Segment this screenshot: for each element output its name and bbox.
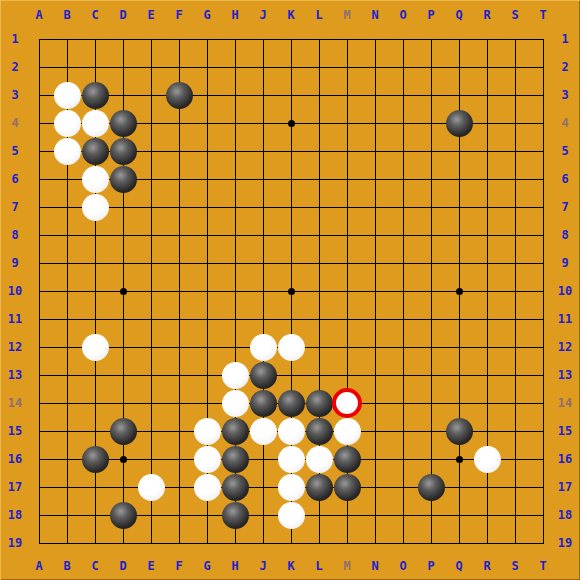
intersection[interactable]	[305, 81, 333, 109]
intersection[interactable]	[417, 221, 445, 249]
intersection[interactable]	[165, 417, 193, 445]
intersection[interactable]	[501, 333, 529, 361]
intersection[interactable]	[305, 193, 333, 221]
intersection[interactable]	[501, 25, 529, 53]
intersection[interactable]	[137, 109, 165, 137]
intersection[interactable]	[361, 109, 389, 137]
intersection[interactable]	[361, 473, 389, 501]
intersection[interactable]	[221, 277, 249, 305]
intersection[interactable]	[109, 249, 137, 277]
intersection[interactable]	[137, 193, 165, 221]
intersection[interactable]	[137, 389, 165, 417]
intersection[interactable]	[417, 473, 445, 501]
intersection[interactable]	[417, 305, 445, 333]
intersection[interactable]	[109, 529, 137, 557]
intersection[interactable]	[473, 389, 501, 417]
intersection[interactable]	[25, 53, 53, 81]
intersection[interactable]	[445, 165, 473, 193]
intersection[interactable]	[529, 277, 557, 305]
intersection[interactable]	[109, 473, 137, 501]
intersection[interactable]	[501, 361, 529, 389]
intersection[interactable]	[221, 361, 249, 389]
intersection[interactable]	[193, 137, 221, 165]
intersection[interactable]	[389, 249, 417, 277]
intersection[interactable]	[137, 361, 165, 389]
intersection[interactable]	[277, 529, 305, 557]
intersection[interactable]	[221, 109, 249, 137]
intersection[interactable]	[529, 81, 557, 109]
intersection[interactable]	[137, 137, 165, 165]
intersection[interactable]	[529, 193, 557, 221]
intersection[interactable]	[249, 165, 277, 193]
intersection[interactable]	[529, 165, 557, 193]
intersection[interactable]	[249, 53, 277, 81]
intersection[interactable]	[277, 361, 305, 389]
intersection[interactable]	[305, 109, 333, 137]
intersection[interactable]	[53, 25, 81, 53]
intersection[interactable]	[389, 361, 417, 389]
intersection[interactable]	[25, 81, 53, 109]
intersection[interactable]	[389, 501, 417, 529]
intersection[interactable]	[25, 277, 53, 305]
intersection[interactable]	[53, 53, 81, 81]
intersection[interactable]	[277, 417, 305, 445]
intersection[interactable]	[389, 109, 417, 137]
intersection[interactable]	[221, 53, 249, 81]
intersection[interactable]	[361, 81, 389, 109]
intersection[interactable]	[25, 445, 53, 473]
intersection[interactable]	[53, 529, 81, 557]
intersection[interactable]	[445, 529, 473, 557]
intersection[interactable]	[529, 389, 557, 417]
intersection[interactable]	[109, 305, 137, 333]
intersection[interactable]	[25, 221, 53, 249]
intersection[interactable]	[305, 473, 333, 501]
intersection[interactable]	[221, 249, 249, 277]
intersection[interactable]	[137, 53, 165, 81]
intersection[interactable]	[109, 81, 137, 109]
intersection[interactable]	[445, 25, 473, 53]
intersection[interactable]	[165, 529, 193, 557]
intersection[interactable]	[25, 501, 53, 529]
intersection[interactable]	[193, 25, 221, 53]
intersection[interactable]	[417, 445, 445, 473]
intersection[interactable]	[165, 305, 193, 333]
intersection[interactable]	[361, 137, 389, 165]
intersection[interactable]	[53, 81, 81, 109]
intersection[interactable]	[529, 417, 557, 445]
intersection[interactable]	[473, 417, 501, 445]
intersection[interactable]	[277, 305, 305, 333]
intersection[interactable]	[277, 137, 305, 165]
intersection[interactable]	[501, 417, 529, 445]
intersection[interactable]	[165, 165, 193, 193]
intersection[interactable]	[25, 333, 53, 361]
intersection[interactable]	[277, 445, 305, 473]
intersection[interactable]	[193, 473, 221, 501]
intersection[interactable]	[81, 473, 109, 501]
intersection[interactable]	[249, 501, 277, 529]
intersection[interactable]	[305, 529, 333, 557]
intersection[interactable]	[249, 25, 277, 53]
intersection[interactable]	[81, 445, 109, 473]
intersection[interactable]	[529, 137, 557, 165]
intersection[interactable]	[137, 221, 165, 249]
intersection[interactable]	[193, 529, 221, 557]
intersection[interactable]	[389, 193, 417, 221]
intersection[interactable]	[389, 137, 417, 165]
intersection[interactable]	[389, 53, 417, 81]
intersection[interactable]	[193, 249, 221, 277]
intersection[interactable]	[137, 81, 165, 109]
intersection[interactable]	[193, 501, 221, 529]
intersection[interactable]	[473, 529, 501, 557]
intersection[interactable]	[361, 165, 389, 193]
intersection[interactable]	[137, 249, 165, 277]
intersection[interactable]	[25, 389, 53, 417]
intersection[interactable]	[81, 109, 109, 137]
intersection[interactable]	[361, 361, 389, 389]
intersection[interactable]	[473, 473, 501, 501]
intersection[interactable]	[333, 53, 361, 81]
intersection[interactable]	[417, 333, 445, 361]
intersection[interactable]	[333, 193, 361, 221]
intersection[interactable]	[25, 109, 53, 137]
intersection[interactable]	[333, 333, 361, 361]
intersection[interactable]	[473, 165, 501, 193]
intersection[interactable]	[81, 137, 109, 165]
intersection[interactable]	[109, 501, 137, 529]
intersection[interactable]	[473, 249, 501, 277]
intersection[interactable]	[529, 333, 557, 361]
intersection[interactable]	[333, 305, 361, 333]
intersection[interactable]	[445, 81, 473, 109]
intersection[interactable]	[53, 109, 81, 137]
intersection[interactable]	[193, 445, 221, 473]
intersection[interactable]	[305, 389, 333, 417]
intersection[interactable]	[53, 193, 81, 221]
intersection[interactable]	[109, 361, 137, 389]
intersection[interactable]	[221, 305, 249, 333]
intersection[interactable]	[109, 165, 137, 193]
intersection[interactable]	[305, 277, 333, 305]
intersection[interactable]	[53, 165, 81, 193]
intersection[interactable]	[333, 277, 361, 305]
intersection[interactable]	[277, 389, 305, 417]
intersection[interactable]	[445, 249, 473, 277]
intersection[interactable]	[193, 193, 221, 221]
intersection[interactable]	[473, 137, 501, 165]
intersection[interactable]	[165, 81, 193, 109]
intersection[interactable]	[361, 277, 389, 305]
intersection[interactable]	[249, 333, 277, 361]
intersection[interactable]	[165, 109, 193, 137]
intersection[interactable]	[109, 333, 137, 361]
intersection[interactable]	[193, 389, 221, 417]
intersection[interactable]	[165, 221, 193, 249]
intersection[interactable]	[417, 137, 445, 165]
intersection[interactable]	[53, 277, 81, 305]
intersection[interactable]	[53, 501, 81, 529]
intersection[interactable]	[277, 81, 305, 109]
intersection[interactable]	[221, 221, 249, 249]
intersection[interactable]	[81, 417, 109, 445]
intersection[interactable]	[501, 221, 529, 249]
intersection[interactable]	[193, 333, 221, 361]
intersection[interactable]	[109, 445, 137, 473]
intersection[interactable]	[277, 249, 305, 277]
intersection[interactable]	[277, 53, 305, 81]
intersection[interactable]	[501, 249, 529, 277]
intersection[interactable]	[361, 389, 389, 417]
intersection[interactable]	[165, 473, 193, 501]
intersection[interactable]	[361, 529, 389, 557]
intersection[interactable]	[361, 249, 389, 277]
intersection[interactable]	[81, 249, 109, 277]
intersection[interactable]	[277, 277, 305, 305]
intersection[interactable]	[445, 389, 473, 417]
intersection[interactable]	[333, 249, 361, 277]
intersection[interactable]	[221, 25, 249, 53]
intersection[interactable]	[445, 305, 473, 333]
intersection[interactable]	[277, 165, 305, 193]
intersection[interactable]	[473, 53, 501, 81]
intersection[interactable]	[529, 473, 557, 501]
intersection[interactable]	[221, 529, 249, 557]
intersection[interactable]	[389, 389, 417, 417]
intersection[interactable]	[445, 417, 473, 445]
intersection[interactable]	[109, 277, 137, 305]
intersection[interactable]	[137, 445, 165, 473]
intersection[interactable]	[165, 445, 193, 473]
intersection[interactable]	[165, 249, 193, 277]
intersection[interactable]	[81, 53, 109, 81]
intersection[interactable]	[249, 529, 277, 557]
intersection[interactable]	[305, 361, 333, 389]
intersection[interactable]	[501, 193, 529, 221]
intersection[interactable]	[81, 81, 109, 109]
intersection[interactable]	[81, 305, 109, 333]
intersection[interactable]	[473, 81, 501, 109]
intersection[interactable]	[501, 53, 529, 81]
intersection[interactable]	[249, 81, 277, 109]
intersection[interactable]	[193, 165, 221, 193]
intersection[interactable]	[249, 305, 277, 333]
intersection[interactable]	[333, 81, 361, 109]
intersection[interactable]	[417, 81, 445, 109]
intersection[interactable]	[473, 193, 501, 221]
intersection[interactable]	[305, 165, 333, 193]
intersection[interactable]	[137, 277, 165, 305]
intersection[interactable]	[165, 389, 193, 417]
intersection[interactable]	[445, 193, 473, 221]
intersection[interactable]	[137, 417, 165, 445]
intersection[interactable]	[137, 333, 165, 361]
intersection[interactable]	[165, 25, 193, 53]
intersection[interactable]	[165, 53, 193, 81]
intersection[interactable]	[529, 25, 557, 53]
intersection[interactable]	[249, 417, 277, 445]
intersection[interactable]	[333, 361, 361, 389]
intersection[interactable]	[25, 193, 53, 221]
intersection[interactable]	[473, 361, 501, 389]
intersection[interactable]	[81, 529, 109, 557]
intersection[interactable]	[165, 501, 193, 529]
intersection[interactable]	[305, 305, 333, 333]
intersection[interactable]	[137, 501, 165, 529]
intersection[interactable]	[473, 221, 501, 249]
intersection[interactable]	[417, 193, 445, 221]
intersection[interactable]	[417, 249, 445, 277]
intersection[interactable]	[417, 501, 445, 529]
intersection[interactable]	[389, 445, 417, 473]
intersection[interactable]	[81, 221, 109, 249]
intersection[interactable]	[389, 473, 417, 501]
intersection[interactable]	[501, 165, 529, 193]
intersection[interactable]	[221, 137, 249, 165]
intersection[interactable]	[361, 221, 389, 249]
intersection[interactable]	[25, 249, 53, 277]
intersection[interactable]	[165, 361, 193, 389]
intersection[interactable]	[249, 193, 277, 221]
intersection[interactable]	[221, 81, 249, 109]
intersection[interactable]	[361, 193, 389, 221]
intersection[interactable]	[445, 333, 473, 361]
intersection[interactable]	[501, 277, 529, 305]
intersection[interactable]	[529, 249, 557, 277]
intersection[interactable]	[53, 361, 81, 389]
intersection[interactable]	[221, 473, 249, 501]
intersection[interactable]	[389, 277, 417, 305]
intersection[interactable]	[501, 501, 529, 529]
intersection[interactable]	[193, 277, 221, 305]
intersection[interactable]	[193, 81, 221, 109]
intersection[interactable]	[193, 305, 221, 333]
intersection[interactable]	[389, 221, 417, 249]
intersection[interactable]	[445, 361, 473, 389]
intersection[interactable]	[389, 417, 417, 445]
intersection[interactable]	[417, 165, 445, 193]
intersection[interactable]	[389, 529, 417, 557]
intersection[interactable]	[25, 137, 53, 165]
intersection[interactable]	[81, 501, 109, 529]
intersection[interactable]	[137, 25, 165, 53]
intersection[interactable]	[333, 137, 361, 165]
intersection[interactable]	[305, 53, 333, 81]
intersection[interactable]	[445, 473, 473, 501]
intersection[interactable]	[529, 529, 557, 557]
intersection[interactable]	[529, 445, 557, 473]
intersection[interactable]	[249, 137, 277, 165]
intersection[interactable]	[501, 445, 529, 473]
intersection[interactable]	[221, 501, 249, 529]
intersection[interactable]	[277, 25, 305, 53]
intersection[interactable]	[361, 53, 389, 81]
intersection[interactable]	[501, 529, 529, 557]
intersection[interactable]	[81, 389, 109, 417]
intersection[interactable]	[81, 361, 109, 389]
intersection[interactable]	[193, 417, 221, 445]
intersection[interactable]	[333, 25, 361, 53]
intersection[interactable]	[249, 277, 277, 305]
intersection[interactable]	[277, 473, 305, 501]
intersection[interactable]	[53, 445, 81, 473]
intersection[interactable]	[221, 445, 249, 473]
intersection[interactable]	[53, 333, 81, 361]
intersection[interactable]	[473, 305, 501, 333]
intersection[interactable]	[109, 25, 137, 53]
intersection[interactable]	[221, 417, 249, 445]
intersection[interactable]	[25, 361, 53, 389]
intersection[interactable]	[81, 165, 109, 193]
intersection[interactable]	[445, 137, 473, 165]
intersection[interactable]	[333, 473, 361, 501]
intersection[interactable]	[305, 137, 333, 165]
intersection-grid[interactable]	[25, 25, 557, 557]
intersection[interactable]	[25, 165, 53, 193]
intersection[interactable]	[529, 501, 557, 529]
intersection[interactable]	[25, 417, 53, 445]
intersection[interactable]	[389, 81, 417, 109]
intersection[interactable]	[305, 249, 333, 277]
intersection[interactable]	[25, 473, 53, 501]
intersection[interactable]	[109, 417, 137, 445]
intersection[interactable]	[529, 221, 557, 249]
intersection[interactable]	[529, 109, 557, 137]
intersection[interactable]	[165, 333, 193, 361]
intersection[interactable]	[221, 389, 249, 417]
intersection[interactable]	[501, 137, 529, 165]
go-board[interactable]: ABCDEFGHJKLMNOPQRST ABCDEFGHJKLMNOPQRST …	[0, 0, 580, 580]
intersection[interactable]	[333, 417, 361, 445]
intersection[interactable]	[305, 501, 333, 529]
intersection[interactable]	[137, 529, 165, 557]
intersection[interactable]	[53, 221, 81, 249]
intersection[interactable]	[249, 109, 277, 137]
intersection[interactable]	[333, 109, 361, 137]
intersection[interactable]	[333, 221, 361, 249]
intersection[interactable]	[109, 137, 137, 165]
intersection[interactable]	[165, 137, 193, 165]
intersection[interactable]	[81, 333, 109, 361]
intersection[interactable]	[417, 277, 445, 305]
intersection[interactable]	[445, 221, 473, 249]
intersection[interactable]	[417, 361, 445, 389]
intersection[interactable]	[417, 53, 445, 81]
intersection[interactable]	[221, 333, 249, 361]
intersection[interactable]	[277, 501, 305, 529]
intersection[interactable]	[501, 389, 529, 417]
intersection[interactable]	[473, 501, 501, 529]
intersection[interactable]	[305, 417, 333, 445]
intersection[interactable]	[417, 389, 445, 417]
intersection[interactable]	[277, 221, 305, 249]
intersection[interactable]	[277, 193, 305, 221]
intersection[interactable]	[81, 193, 109, 221]
intersection[interactable]	[361, 445, 389, 473]
intersection[interactable]	[333, 165, 361, 193]
intersection[interactable]	[529, 53, 557, 81]
intersection[interactable]	[53, 137, 81, 165]
intersection[interactable]	[193, 361, 221, 389]
intersection[interactable]	[389, 25, 417, 53]
intersection[interactable]	[305, 333, 333, 361]
intersection[interactable]	[501, 473, 529, 501]
intersection[interactable]	[193, 53, 221, 81]
intersection[interactable]	[445, 109, 473, 137]
intersection[interactable]	[473, 445, 501, 473]
intersection[interactable]	[137, 305, 165, 333]
